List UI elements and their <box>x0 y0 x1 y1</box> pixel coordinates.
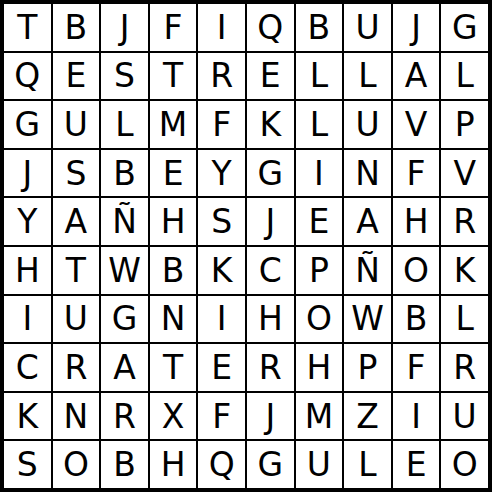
grid-cell-r4c8[interactable]: N <box>343 149 392 198</box>
grid-cell-r8c5[interactable]: E <box>197 343 246 392</box>
grid-cell-r10c6[interactable]: G <box>246 440 295 489</box>
grid-cell-r5c2[interactable]: A <box>52 197 101 246</box>
grid-cell-r8c4[interactable]: T <box>149 343 198 392</box>
grid-cell-r8c1[interactable]: C <box>3 343 52 392</box>
grid-cell-r10c5[interactable]: Q <box>197 440 246 489</box>
grid-cell-r3c4[interactable]: M <box>149 100 198 149</box>
grid-cell-r7c2[interactable]: U <box>52 295 101 344</box>
grid-cell-r2c2[interactable]: E <box>52 52 101 101</box>
grid-cell-r3c10[interactable]: P <box>440 100 489 149</box>
grid-cell-r9c4[interactable]: X <box>149 392 198 441</box>
grid-cell-r9c9[interactable]: I <box>392 392 441 441</box>
grid-cell-r7c9[interactable]: B <box>392 295 441 344</box>
grid-cell-r8c2[interactable]: R <box>52 343 101 392</box>
grid-cell-r10c8[interactable]: L <box>343 440 392 489</box>
grid-cell-r2c10[interactable]: L <box>440 52 489 101</box>
grid-cell-r7c6[interactable]: H <box>246 295 295 344</box>
grid-cell-r7c8[interactable]: W <box>343 295 392 344</box>
grid-cell-r6c6[interactable]: C <box>246 246 295 295</box>
grid-cell-r6c5[interactable]: K <box>197 246 246 295</box>
grid-cell-r6c9[interactable]: O <box>392 246 441 295</box>
grid-cell-r3c3[interactable]: L <box>100 100 149 149</box>
grid-cell-r5c7[interactable]: E <box>295 197 344 246</box>
grid-cell-r5c3[interactable]: Ñ <box>100 197 149 246</box>
grid-cell-r6c2[interactable]: T <box>52 246 101 295</box>
grid-cell-r5c9[interactable]: H <box>392 197 441 246</box>
grid-cell-r2c7[interactable]: L <box>295 52 344 101</box>
grid-cell-r7c4[interactable]: N <box>149 295 198 344</box>
grid-cell-r4c6[interactable]: G <box>246 149 295 198</box>
grid-cell-r10c10[interactable]: O <box>440 440 489 489</box>
grid-cell-r1c4[interactable]: F <box>149 3 198 52</box>
grid-cell-r10c1[interactable]: S <box>3 440 52 489</box>
grid-cell-r4c5[interactable]: Y <box>197 149 246 198</box>
grid-cell-r7c7[interactable]: O <box>295 295 344 344</box>
grid-cell-r3c7[interactable]: L <box>295 100 344 149</box>
grid-cell-r6c3[interactable]: W <box>100 246 149 295</box>
grid-cell-r2c4[interactable]: T <box>149 52 198 101</box>
grid-cell-r3c6[interactable]: K <box>246 100 295 149</box>
grid-cell-r10c9[interactable]: E <box>392 440 441 489</box>
grid-cell-r7c5[interactable]: I <box>197 295 246 344</box>
grid-cell-r1c9[interactable]: J <box>392 3 441 52</box>
grid-cell-r5c1[interactable]: Y <box>3 197 52 246</box>
grid-cell-r5c5[interactable]: S <box>197 197 246 246</box>
grid-cell-r5c4[interactable]: H <box>149 197 198 246</box>
grid-cell-r4c4[interactable]: E <box>149 149 198 198</box>
grid-cell-r7c3[interactable]: G <box>100 295 149 344</box>
grid-cell-r8c6[interactable]: R <box>246 343 295 392</box>
grid-cell-r5c8[interactable]: A <box>343 197 392 246</box>
grid-cell-r9c7[interactable]: M <box>295 392 344 441</box>
grid-cell-r8c10[interactable]: R <box>440 343 489 392</box>
grid-cell-r2c5[interactable]: R <box>197 52 246 101</box>
word-search-grid: TBJFIQBUJGQESTRELLALGULMFKLUVPJSBEYGINFV… <box>0 0 492 492</box>
grid-cell-r3c5[interactable]: F <box>197 100 246 149</box>
grid-cell-r7c1[interactable]: I <box>3 295 52 344</box>
grid-cell-r10c7[interactable]: U <box>295 440 344 489</box>
grid-cell-r2c6[interactable]: E <box>246 52 295 101</box>
grid-cell-r9c10[interactable]: U <box>440 392 489 441</box>
grid-cell-r6c8[interactable]: Ñ <box>343 246 392 295</box>
grid-cell-r1c2[interactable]: B <box>52 3 101 52</box>
grid-cell-r10c2[interactable]: O <box>52 440 101 489</box>
grid-cell-r9c1[interactable]: K <box>3 392 52 441</box>
grid-cell-r9c3[interactable]: R <box>100 392 149 441</box>
grid-cell-r10c3[interactable]: B <box>100 440 149 489</box>
grid-cell-r4c10[interactable]: V <box>440 149 489 198</box>
grid-cell-r3c1[interactable]: G <box>3 100 52 149</box>
grid-cell-r1c1[interactable]: T <box>3 3 52 52</box>
grid-cell-r9c6[interactable]: J <box>246 392 295 441</box>
grid-cell-r6c10[interactable]: K <box>440 246 489 295</box>
grid-cell-r4c9[interactable]: F <box>392 149 441 198</box>
grid-cell-r5c10[interactable]: R <box>440 197 489 246</box>
grid-cell-r3c8[interactable]: U <box>343 100 392 149</box>
grid-cell-r9c2[interactable]: N <box>52 392 101 441</box>
grid-cell-r4c7[interactable]: I <box>295 149 344 198</box>
grid-cell-r6c1[interactable]: H <box>3 246 52 295</box>
grid-cell-r7c10[interactable]: L <box>440 295 489 344</box>
grid-cell-r1c8[interactable]: U <box>343 3 392 52</box>
grid-cell-r6c7[interactable]: P <box>295 246 344 295</box>
grid-cell-r8c8[interactable]: P <box>343 343 392 392</box>
grid-cell-r10c4[interactable]: H <box>149 440 198 489</box>
grid-cell-r3c2[interactable]: U <box>52 100 101 149</box>
grid-cell-r9c8[interactable]: Z <box>343 392 392 441</box>
grid-cell-r4c3[interactable]: B <box>100 149 149 198</box>
grid-cell-r1c6[interactable]: Q <box>246 3 295 52</box>
grid-cell-r1c10[interactable]: G <box>440 3 489 52</box>
grid-cell-r8c9[interactable]: F <box>392 343 441 392</box>
grid-cell-r1c7[interactable]: B <box>295 3 344 52</box>
grid-cell-r6c4[interactable]: B <box>149 246 198 295</box>
grid-cell-r1c5[interactable]: I <box>197 3 246 52</box>
grid-cell-r2c9[interactable]: A <box>392 52 441 101</box>
grid-cell-r4c2[interactable]: S <box>52 149 101 198</box>
grid-cell-r3c9[interactable]: V <box>392 100 441 149</box>
grid-cell-r2c3[interactable]: S <box>100 52 149 101</box>
grid-cell-r5c6[interactable]: J <box>246 197 295 246</box>
grid-cell-r8c3[interactable]: A <box>100 343 149 392</box>
grid-cell-r4c1[interactable]: J <box>3 149 52 198</box>
grid-cell-r8c7[interactable]: H <box>295 343 344 392</box>
grid-cell-r9c5[interactable]: F <box>197 392 246 441</box>
grid-cell-r1c3[interactable]: J <box>100 3 149 52</box>
grid-cell-r2c1[interactable]: Q <box>3 52 52 101</box>
grid-cell-r2c8[interactable]: L <box>343 52 392 101</box>
